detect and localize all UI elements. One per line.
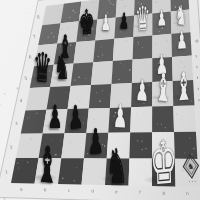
pawn-glyph: ♟ [135,75,149,106]
bishop-glyph: ♝ [174,67,192,107]
queen-glyph: ♛ [135,1,151,35]
pawn-glyph: ♟ [119,11,129,33]
king-glyph: ♚ [78,5,95,41]
bishop-glyph: ♝ [35,138,59,190]
knight-glyph: ♞ [106,142,128,190]
pawn-glyph: ♟ [47,102,62,134]
king-glyph: ♚ [149,132,178,195]
knight-glyph: ♞ [54,52,69,86]
pawn-glyph: ♟ [176,28,187,53]
pawn-glyph: ♟ [156,8,166,31]
queen-glyph: ♛ [32,47,52,90]
pawn-glyph: ♟ [68,100,83,134]
pawn-glyph: ♟ [101,13,111,35]
bishop-glyph: ♝ [154,68,172,108]
pieces-layer: ♚♟♛♞♟♟♝♟♛♞♟♝♝♟♟♟♟♟♝♞♚ [0,0,200,200]
pawn-glyph: ♟ [112,100,127,133]
chessboard-photo: 87654321abcdefgh®♞ ♚♟♛♞♟♟♝♟♛♞♟♝♝♟♟♟♟♟♝♞♚ [0,0,200,200]
